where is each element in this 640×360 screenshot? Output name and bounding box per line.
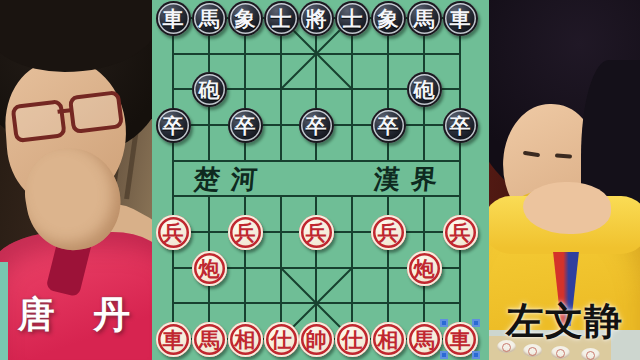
right-player-name: 左文静 <box>489 296 640 347</box>
piece-rP-r7-f5[interactable]: 兵 <box>299 215 334 250</box>
xiangqi-board[interactable]: 楚河 漢界 車馬象士將士象馬車砲砲卒卒卒卒卒兵兵兵兵兵炮炮車馬相仕帥仕相馬車 <box>152 0 489 360</box>
river-label-chu-river: 楚河 <box>192 162 269 197</box>
piece-rA-r10-f4[interactable]: 仕 <box>264 322 299 357</box>
piece-bB-r1-f7[interactable]: 象 <box>371 1 406 36</box>
piece-bP-r4-f3[interactable]: 卒 <box>228 108 263 143</box>
piece-bK-r1-f5[interactable]: 將 <box>299 1 334 36</box>
real-piece <box>581 348 600 360</box>
piece-bN-r1-f2[interactable]: 馬 <box>192 1 227 36</box>
piece-rN-r10-f2[interactable]: 馬 <box>192 322 227 357</box>
piece-bC-r3-f8[interactable]: 砲 <box>407 72 442 107</box>
left-player-name: 唐 丹 <box>0 290 152 340</box>
selection-marker <box>440 319 480 359</box>
piece-rP-r7-f1[interactable]: 兵 <box>156 215 191 250</box>
right-player-hands <box>523 182 611 234</box>
piece-rP-r7-f9[interactable]: 兵 <box>443 215 478 250</box>
piece-rB-r10-f3[interactable]: 相 <box>228 322 263 357</box>
piece-bB-r1-f3[interactable]: 象 <box>228 1 263 36</box>
glasses-lens-right <box>68 90 124 134</box>
piece-bR-r1-f1[interactable]: 車 <box>156 1 191 36</box>
piece-bR-r1-f9[interactable]: 車 <box>443 1 478 36</box>
piece-rB-r10-f7[interactable]: 相 <box>371 322 406 357</box>
glasses-bridge <box>57 108 70 114</box>
piece-bP-r4-f1[interactable]: 卒 <box>156 108 191 143</box>
piece-bN-r1-f8[interactable]: 馬 <box>407 1 442 36</box>
piece-rN-r10-f8[interactable]: 馬 <box>407 322 442 357</box>
piece-bP-r4-f7[interactable]: 卒 <box>371 108 406 143</box>
piece-bC-r3-f2[interactable]: 砲 <box>192 72 227 107</box>
river-label-han-border: 漢界 <box>372 162 449 197</box>
video-frame: 唐 丹 楚河 漢界 車馬象士將士象馬車砲砲卒卒卒卒卒兵兵兵兵兵炮炮車馬相仕帥仕相… <box>0 0 640 360</box>
piece-bA-r1-f4[interactable]: 士 <box>264 1 299 36</box>
piece-rA-r10-f6[interactable]: 仕 <box>335 322 370 357</box>
glasses-lens-left <box>10 99 66 143</box>
piece-rC-r8-f8[interactable]: 炮 <box>407 251 442 286</box>
piece-bP-r4-f9[interactable]: 卒 <box>443 108 478 143</box>
right-player-photo: 左文静 <box>489 0 640 360</box>
piece-rP-r7-f3[interactable]: 兵 <box>228 215 263 250</box>
piece-rC-r8-f2[interactable]: 炮 <box>192 251 227 286</box>
left-player-photo: 唐 丹 <box>0 0 152 360</box>
piece-rK-r10-f5[interactable]: 帥 <box>299 322 334 357</box>
piece-rR-r10-f1[interactable]: 車 <box>156 322 191 357</box>
piece-rP-r7-f7[interactable]: 兵 <box>371 215 406 250</box>
piece-bA-r1-f6[interactable]: 士 <box>335 1 370 36</box>
real-piece <box>551 346 570 359</box>
piece-bP-r4-f5[interactable]: 卒 <box>299 108 334 143</box>
